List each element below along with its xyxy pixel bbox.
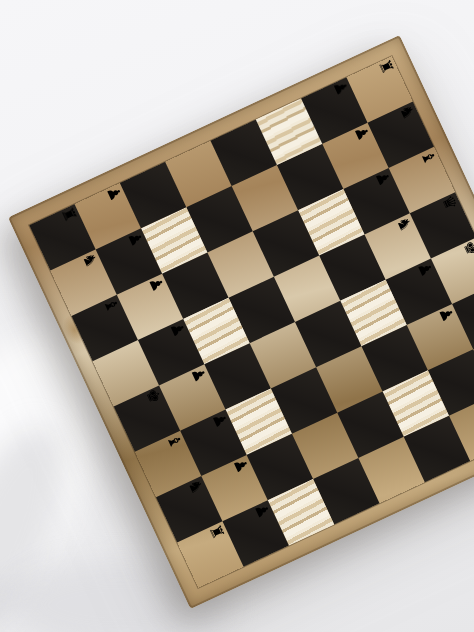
black-king-piece: ♚ <box>459 237 474 290</box>
chess-board: ♜♞♝♛♚♟♟♟♞♟♟♟♟♟♟♟♟♟♟♜♞♝♚♝♞♜ <box>79 106 474 538</box>
board-rotated-frame: ♜♞♝♛♚♟♟♟♞♟♟♟♟♟♟♟♟♟♟♜♞♝♚♝♞♜ <box>8 35 474 609</box>
board-grid: ♜♞♝♛♚♟♟♟♞♟♟♟♟♟♟♟♟♟♟♜♞♝♚♝♞♜ <box>29 56 474 588</box>
photo-scene: ♜♞♝♛♚♟♟♟♞♟♟♟♟♟♟♟♟♟♟♜♞♝♚♝♞♜ <box>0 0 474 632</box>
table-shadow-streak <box>0 411 88 632</box>
